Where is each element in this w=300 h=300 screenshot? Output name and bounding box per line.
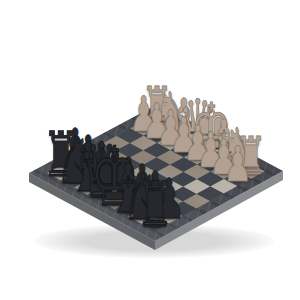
marble-chess-set-photo: ♜♞♟♝♟♛♟♚♟♝♟♞♟♟♜♟♟♜♟♟♞♟♝♟♛♟♚♟♝♟♞♜ (0, 0, 300, 300)
chess-pieces: ♜♞♟♝♟♛♟♚♟♝♟♞♟♟♜♟♟♜♟♟♞♟♝♟♛♟♚♟♝♟♞♜ (0, 0, 300, 300)
piece-black-rook[interactable]: ♜ (135, 175, 176, 237)
piece-white-pawn[interactable]: ♟ (221, 141, 253, 190)
